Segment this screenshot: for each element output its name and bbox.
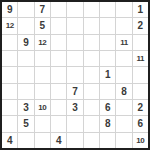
cell-r6c4[interactable] xyxy=(51,84,66,99)
cell-r8c1[interactable] xyxy=(2,116,17,131)
cell-r3c6[interactable] xyxy=(84,35,99,50)
cell-r4c9-clue: 11 xyxy=(133,51,148,66)
cell-r8c8[interactable] xyxy=(116,116,131,131)
cell-r7c7-clue: 6 xyxy=(100,100,115,115)
cell-r1c4[interactable] xyxy=(51,2,66,17)
cell-r4c8[interactable] xyxy=(116,51,131,66)
cell-r6c1[interactable] xyxy=(2,84,17,99)
cell-r2c8[interactable] xyxy=(116,18,131,33)
cell-r4c7[interactable] xyxy=(100,51,115,66)
cell-r5c8[interactable] xyxy=(116,67,131,82)
cell-r3c1[interactable] xyxy=(2,35,17,50)
cell-r4c2[interactable] xyxy=(18,51,33,66)
cell-r2c5[interactable] xyxy=(67,18,82,33)
cell-r6c2[interactable] xyxy=(18,84,33,99)
cell-r8c2-clue: 5 xyxy=(18,116,33,131)
cell-r9c1-clue: 4 xyxy=(2,133,17,148)
cell-r6c7[interactable] xyxy=(100,84,115,99)
cell-r2c6[interactable] xyxy=(84,18,99,33)
cell-r1c1-clue: 9 xyxy=(2,2,17,17)
cell-r5c2[interactable] xyxy=(18,67,33,82)
cell-r3c7[interactable] xyxy=(100,35,115,50)
cell-r6c3[interactable] xyxy=(35,84,50,99)
cell-r9c8[interactable] xyxy=(116,133,131,148)
cell-r5c3[interactable] xyxy=(35,67,50,82)
cell-r7c5-clue: 3 xyxy=(67,100,82,115)
cell-r8c9-clue: 6 xyxy=(133,116,148,131)
cell-r2c1-clue: 12 xyxy=(2,18,17,33)
cell-r1c9-clue: 1 xyxy=(133,2,148,17)
cell-r6c6[interactable] xyxy=(84,84,99,99)
cell-r3c9[interactable] xyxy=(133,35,148,50)
cell-r8c5[interactable] xyxy=(67,116,82,131)
cell-r3c4[interactable] xyxy=(51,35,66,50)
cell-r7c3-clue: 10 xyxy=(35,100,50,115)
cell-r5c4[interactable] xyxy=(51,67,66,82)
cell-r7c6[interactable] xyxy=(84,100,99,115)
cell-r7c1[interactable] xyxy=(2,100,17,115)
cell-r9c9-clue: 10 xyxy=(133,133,148,148)
cell-r9c3[interactable] xyxy=(35,133,50,148)
cell-r3c5[interactable] xyxy=(67,35,82,50)
cell-r3c3-clue: 12 xyxy=(35,35,50,50)
cell-r2c7[interactable] xyxy=(100,18,115,33)
cell-r1c8[interactable] xyxy=(116,2,131,17)
cell-r3c8-clue: 11 xyxy=(116,35,131,50)
cell-r8c7-clue: 8 xyxy=(100,116,115,131)
cell-r5c7-clue: 1 xyxy=(100,67,115,82)
cell-r7c4[interactable] xyxy=(51,100,66,115)
cell-r6c9[interactable] xyxy=(133,84,148,99)
cell-r7c8[interactable] xyxy=(116,100,131,115)
cell-r1c3-clue: 7 xyxy=(35,2,50,17)
cell-r7c2-clue: 3 xyxy=(18,100,33,115)
cell-r4c1[interactable] xyxy=(2,51,17,66)
cell-r9c2[interactable] xyxy=(18,133,33,148)
cell-r6c8-clue: 8 xyxy=(116,84,131,99)
cell-r5c6[interactable] xyxy=(84,67,99,82)
cell-r1c2[interactable] xyxy=(18,2,33,17)
cell-r8c4[interactable] xyxy=(51,116,66,131)
cell-r6c5-clue: 7 xyxy=(67,84,82,99)
cell-r2c3-clue: 5 xyxy=(35,18,50,33)
cell-r5c1[interactable] xyxy=(2,67,17,82)
cell-r1c5[interactable] xyxy=(67,2,82,17)
cell-r4c6[interactable] xyxy=(84,51,99,66)
cell-r1c7[interactable] xyxy=(100,2,115,17)
cell-r9c7[interactable] xyxy=(100,133,115,148)
cell-r7c9-clue: 2 xyxy=(133,100,148,115)
cell-r8c6[interactable] xyxy=(84,116,99,131)
cell-r4c4[interactable] xyxy=(51,51,66,66)
cell-r2c4[interactable] xyxy=(51,18,66,33)
cell-r9c5[interactable] xyxy=(67,133,82,148)
puzzle-board: 971125291211111783103625864410 xyxy=(0,0,150,150)
cell-r1c6[interactable] xyxy=(84,2,99,17)
cell-r9c6[interactable] xyxy=(84,133,99,148)
cell-r4c3[interactable] xyxy=(35,51,50,66)
cell-r5c9[interactable] xyxy=(133,67,148,82)
cell-r4c5[interactable] xyxy=(67,51,82,66)
puzzle-grid: 971125291211111783103625864410 xyxy=(2,2,148,148)
cell-r2c9-clue: 2 xyxy=(133,18,148,33)
cell-r9c4-clue: 4 xyxy=(51,133,66,148)
cell-r2c2[interactable] xyxy=(18,18,33,33)
cell-r8c3[interactable] xyxy=(35,116,50,131)
cell-r3c2-clue: 9 xyxy=(18,35,33,50)
cell-r5c5[interactable] xyxy=(67,67,82,82)
